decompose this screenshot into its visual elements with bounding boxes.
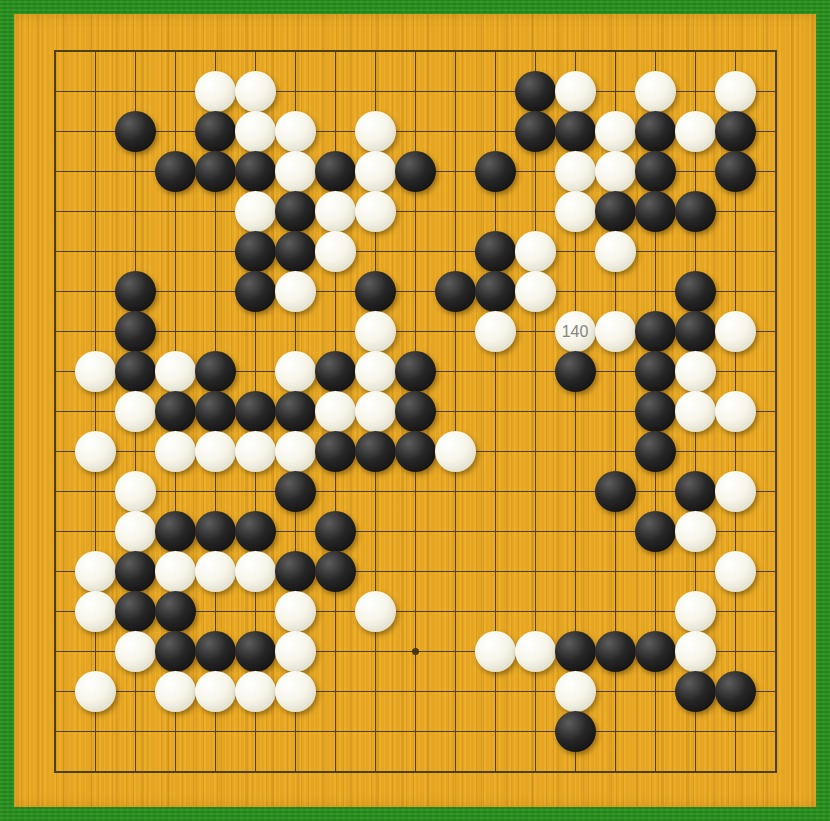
stone-white — [355, 391, 396, 432]
grid-horizontal-line — [55, 491, 775, 492]
stone-white — [475, 311, 516, 352]
stone-black — [155, 511, 196, 552]
stone-black — [635, 631, 676, 672]
stone-black — [555, 631, 596, 672]
stone-white — [75, 591, 116, 632]
stone-white — [195, 71, 236, 112]
stone-black — [235, 511, 276, 552]
stone-black — [475, 231, 516, 272]
stone-black — [715, 151, 756, 192]
stone-black — [635, 391, 676, 432]
stone-black — [155, 631, 196, 672]
stone-black — [475, 271, 516, 312]
stone-white — [275, 111, 316, 152]
stone-white — [555, 71, 596, 112]
stone-white — [355, 191, 396, 232]
stone-white — [595, 151, 636, 192]
stone-black — [675, 271, 716, 312]
stone-white — [155, 671, 196, 712]
stone-white — [275, 671, 316, 712]
stone-white — [595, 231, 636, 272]
stone-white — [355, 151, 396, 192]
stone-white — [275, 351, 316, 392]
stone-black — [675, 471, 716, 512]
stone-white — [195, 431, 236, 472]
stone-white — [115, 511, 156, 552]
stone-black — [675, 191, 716, 232]
stone-white — [515, 271, 556, 312]
stone-black — [195, 511, 236, 552]
stone-white — [75, 551, 116, 592]
star-point — [412, 648, 419, 655]
stone-white — [275, 431, 316, 472]
stone-black — [275, 191, 316, 232]
stone-black — [555, 711, 596, 752]
stone-black — [235, 631, 276, 672]
stone-white — [715, 311, 756, 352]
stone-white — [315, 191, 356, 232]
stone-white — [195, 671, 236, 712]
stone-black — [635, 111, 676, 152]
stone-black — [235, 271, 276, 312]
stone-white — [275, 271, 316, 312]
stone-white — [275, 591, 316, 632]
stone-white — [115, 391, 156, 432]
go-board[interactable]: 140 — [14, 14, 816, 807]
stone-white — [675, 391, 716, 432]
stone-white — [355, 111, 396, 152]
stone-white — [595, 311, 636, 352]
stone-white — [675, 511, 716, 552]
stone-white — [235, 551, 276, 592]
stone-black — [115, 551, 156, 592]
stone-black — [195, 151, 236, 192]
stone-black — [635, 191, 676, 232]
stone-black — [515, 111, 556, 152]
stone-white — [155, 431, 196, 472]
stone-black — [115, 111, 156, 152]
stone-white — [515, 631, 556, 672]
stone-black — [315, 511, 356, 552]
stone-white — [155, 351, 196, 392]
stone-black — [155, 391, 196, 432]
stone-white — [355, 311, 396, 352]
stone-white — [715, 471, 756, 512]
stone-white — [315, 231, 356, 272]
stone-white — [715, 391, 756, 432]
stone-white — [115, 471, 156, 512]
stone-black — [195, 111, 236, 152]
stone-white — [715, 71, 756, 112]
stone-white — [675, 591, 716, 632]
stone-black — [675, 311, 716, 352]
stone-white — [675, 631, 716, 672]
stone-black — [275, 231, 316, 272]
stone-white — [355, 351, 396, 392]
stone-black — [155, 151, 196, 192]
stone-white — [315, 391, 356, 432]
stone-black — [235, 391, 276, 432]
stone-black — [115, 591, 156, 632]
stone-black — [275, 471, 316, 512]
stone-black — [235, 231, 276, 272]
stone-white — [75, 351, 116, 392]
stone-black — [475, 151, 516, 192]
stone-black — [595, 631, 636, 672]
stone-black — [115, 271, 156, 312]
stone-black — [115, 311, 156, 352]
stone-black — [395, 431, 436, 472]
grid-horizontal-line — [55, 731, 775, 732]
stone-black — [555, 351, 596, 392]
stone-white — [235, 111, 276, 152]
stone-black — [275, 391, 316, 432]
stone-black — [155, 591, 196, 632]
stone-white — [235, 671, 276, 712]
stone-black — [315, 351, 356, 392]
stone-black — [195, 351, 236, 392]
stone-white — [675, 111, 716, 152]
stone-black — [315, 551, 356, 592]
stone-white — [75, 671, 116, 712]
stone-black — [635, 151, 676, 192]
stone-black — [555, 111, 596, 152]
stone-black — [595, 191, 636, 232]
stone-black — [275, 551, 316, 592]
stone-white — [595, 111, 636, 152]
stone-white — [235, 431, 276, 472]
stone-black — [395, 151, 436, 192]
stone-white — [475, 631, 516, 672]
stone-white — [235, 191, 276, 232]
stone-white — [555, 671, 596, 712]
stone-black — [195, 631, 236, 672]
stone-white — [555, 191, 596, 232]
stone-white — [75, 431, 116, 472]
move-number-label: 140 — [562, 323, 589, 341]
stone-black — [435, 271, 476, 312]
stone-white — [435, 431, 476, 472]
stone-black — [235, 151, 276, 192]
stone-white — [715, 551, 756, 592]
stone-black — [595, 471, 636, 512]
stone-black — [315, 151, 356, 192]
stone-black — [395, 351, 436, 392]
stone-black — [635, 311, 676, 352]
stone-white — [195, 551, 236, 592]
stone-black — [635, 351, 676, 392]
stone-black — [115, 351, 156, 392]
stone-black — [315, 431, 356, 472]
stone-black — [195, 391, 236, 432]
stone-white — [155, 551, 196, 592]
grid-vertical-line — [455, 51, 456, 771]
stone-black — [515, 71, 556, 112]
stone-white — [555, 151, 596, 192]
stone-white — [115, 631, 156, 672]
stone-white — [675, 351, 716, 392]
stone-black — [675, 671, 716, 712]
stone-white — [355, 591, 396, 632]
table-background: 140 — [0, 0, 830, 821]
stone-white — [515, 231, 556, 272]
stone-black — [355, 271, 396, 312]
stone-white — [275, 151, 316, 192]
stone-black — [635, 431, 676, 472]
stone-black — [635, 511, 676, 552]
stone-white — [235, 71, 276, 112]
stone-black — [715, 111, 756, 152]
stone-black — [715, 671, 756, 712]
stone-white — [275, 631, 316, 672]
stone-white — [635, 71, 676, 112]
stone-black — [395, 391, 436, 432]
stone-black — [355, 431, 396, 472]
